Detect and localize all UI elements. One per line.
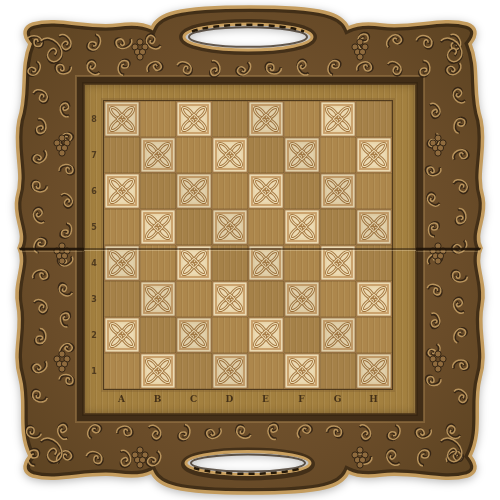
file-label-b: B xyxy=(140,394,176,404)
file-label-a: A xyxy=(104,394,140,404)
square-a7[interactable] xyxy=(104,137,140,173)
knot-carving xyxy=(140,137,176,173)
square-f3[interactable] xyxy=(284,281,320,317)
knot-carving xyxy=(104,173,140,209)
square-b5[interactable] xyxy=(140,209,176,245)
square-f5[interactable] xyxy=(284,209,320,245)
square-h6[interactable] xyxy=(356,173,392,209)
knot-carving xyxy=(284,137,320,173)
square-h2[interactable] xyxy=(356,317,392,353)
square-f7[interactable] xyxy=(284,137,320,173)
square-a6[interactable] xyxy=(104,173,140,209)
square-c6[interactable] xyxy=(176,173,212,209)
square-g5[interactable] xyxy=(320,209,356,245)
knot-carving xyxy=(248,173,284,209)
knot-carving xyxy=(284,209,320,245)
square-a3[interactable] xyxy=(104,281,140,317)
knot-carving xyxy=(284,353,320,389)
knot-carving xyxy=(212,353,248,389)
knot-carving xyxy=(140,281,176,317)
square-g6[interactable] xyxy=(320,173,356,209)
square-g7[interactable] xyxy=(320,137,356,173)
knot-carving xyxy=(140,353,176,389)
square-e1[interactable] xyxy=(248,353,284,389)
square-h8[interactable] xyxy=(356,101,392,137)
knot-carving xyxy=(356,137,392,173)
square-b6[interactable] xyxy=(140,173,176,209)
fold-seam-overlay xyxy=(84,248,416,250)
rank-label-3: 3 xyxy=(84,281,104,317)
knot-carving xyxy=(140,209,176,245)
square-f6[interactable] xyxy=(284,173,320,209)
square-c1[interactable] xyxy=(176,353,212,389)
knot-carving xyxy=(212,209,248,245)
rank-label-1: 1 xyxy=(84,353,104,389)
square-e5[interactable] xyxy=(248,209,284,245)
square-c8[interactable] xyxy=(176,101,212,137)
square-e6[interactable] xyxy=(248,173,284,209)
square-e3[interactable] xyxy=(248,281,284,317)
bottom-handle[interactable] xyxy=(186,452,310,475)
square-b2[interactable] xyxy=(140,317,176,353)
knot-carving xyxy=(212,281,248,317)
square-g2[interactable] xyxy=(320,317,356,353)
square-e8[interactable] xyxy=(248,101,284,137)
rank-labels: 87654321 xyxy=(84,101,104,389)
square-h3[interactable] xyxy=(356,281,392,317)
square-d6[interactable] xyxy=(212,173,248,209)
file-label-h: H xyxy=(356,394,392,404)
rank-label-2: 2 xyxy=(84,317,104,353)
chess-board xyxy=(104,101,392,389)
knot-carving xyxy=(284,281,320,317)
file-label-e: E xyxy=(248,394,284,404)
square-g3[interactable] xyxy=(320,281,356,317)
knot-carving xyxy=(320,317,356,353)
square-c3[interactable] xyxy=(176,281,212,317)
square-c5[interactable] xyxy=(176,209,212,245)
square-c2[interactable] xyxy=(176,317,212,353)
square-a1[interactable] xyxy=(104,353,140,389)
file-label-g: G xyxy=(320,394,356,404)
square-d1[interactable] xyxy=(212,353,248,389)
square-d8[interactable] xyxy=(212,101,248,137)
square-f1[interactable] xyxy=(284,353,320,389)
knot-carving xyxy=(176,101,212,137)
square-h1[interactable] xyxy=(356,353,392,389)
square-b8[interactable] xyxy=(140,101,176,137)
square-a5[interactable] xyxy=(104,209,140,245)
rank-label-7: 7 xyxy=(84,137,104,173)
square-e2[interactable] xyxy=(248,317,284,353)
rank-label-8: 8 xyxy=(84,101,104,137)
carved-chess-case: 87654321 ABCDEFGH xyxy=(0,0,500,500)
board-frame: 87654321 ABCDEFGH xyxy=(84,84,416,414)
square-g8[interactable] xyxy=(320,101,356,137)
square-f2[interactable] xyxy=(284,317,320,353)
square-b3[interactable] xyxy=(140,281,176,317)
knot-carving xyxy=(212,137,248,173)
square-f8[interactable] xyxy=(284,101,320,137)
knot-carving xyxy=(248,101,284,137)
square-c7[interactable] xyxy=(176,137,212,173)
square-b7[interactable] xyxy=(140,137,176,173)
knot-carving xyxy=(176,317,212,353)
knot-carving xyxy=(356,209,392,245)
file-label-c: C xyxy=(176,394,212,404)
knot-carving xyxy=(320,173,356,209)
rank-label-5: 5 xyxy=(84,209,104,245)
square-h7[interactable] xyxy=(356,137,392,173)
file-label-d: D xyxy=(212,394,248,404)
square-d2[interactable] xyxy=(212,317,248,353)
square-g1[interactable] xyxy=(320,353,356,389)
top-handle[interactable] xyxy=(184,24,312,50)
knot-carving xyxy=(248,317,284,353)
knot-carving xyxy=(356,353,392,389)
square-d3[interactable] xyxy=(212,281,248,317)
knot-carving xyxy=(176,173,212,209)
rank-label-6: 6 xyxy=(84,173,104,209)
knot-carving xyxy=(104,317,140,353)
square-e7[interactable] xyxy=(248,137,284,173)
square-d5[interactable] xyxy=(212,209,248,245)
knot-carving xyxy=(104,101,140,137)
knot-carving xyxy=(356,281,392,317)
square-d7[interactable] xyxy=(212,137,248,173)
square-a2[interactable] xyxy=(104,317,140,353)
knot-carving xyxy=(320,101,356,137)
file-labels: ABCDEFGH xyxy=(104,391,392,406)
square-a8[interactable] xyxy=(104,101,140,137)
square-b1[interactable] xyxy=(140,353,176,389)
file-label-f: F xyxy=(284,394,320,404)
square-h5[interactable] xyxy=(356,209,392,245)
